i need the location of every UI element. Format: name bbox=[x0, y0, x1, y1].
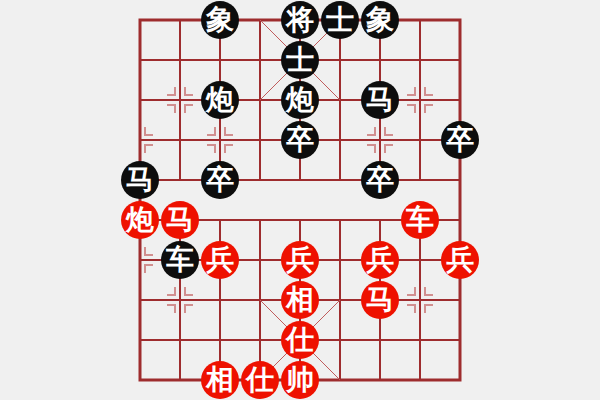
piece-red-chariot[interactable]: 车 bbox=[401, 201, 439, 239]
piece-black-elephant[interactable]: 象 bbox=[361, 1, 399, 39]
piece-black-soldier[interactable]: 卒 bbox=[281, 121, 319, 159]
piece-red-soldier[interactable]: 兵 bbox=[441, 241, 479, 279]
piece-red-cannon[interactable]: 炮 bbox=[121, 201, 159, 239]
piece-black-soldier[interactable]: 卒 bbox=[441, 121, 479, 159]
piece-black-horse[interactable]: 马 bbox=[361, 81, 399, 119]
piece-red-soldier[interactable]: 兵 bbox=[281, 241, 319, 279]
piece-black-chariot[interactable]: 车 bbox=[161, 241, 199, 279]
xiangqi-board: 象将士象士炮炮马卒卒马卒卒炮马车车兵兵兵兵相马仕相仕帅 bbox=[0, 0, 600, 400]
piece-black-advisor[interactable]: 士 bbox=[321, 1, 359, 39]
piece-black-soldier[interactable]: 卒 bbox=[361, 161, 399, 199]
piece-black-general[interactable]: 将 bbox=[281, 1, 319, 39]
piece-red-elephant[interactable]: 相 bbox=[281, 281, 319, 319]
piece-red-soldier[interactable]: 兵 bbox=[361, 241, 399, 279]
piece-red-horse[interactable]: 马 bbox=[361, 281, 399, 319]
piece-black-horse[interactable]: 马 bbox=[121, 161, 159, 199]
piece-black-cannon[interactable]: 炮 bbox=[201, 81, 239, 119]
piece-red-soldier[interactable]: 兵 bbox=[201, 241, 239, 279]
piece-black-elephant[interactable]: 象 bbox=[201, 1, 239, 39]
piece-red-elephant[interactable]: 相 bbox=[201, 361, 239, 399]
piece-red-general[interactable]: 帅 bbox=[281, 361, 319, 399]
piece-red-advisor[interactable]: 仕 bbox=[281, 321, 319, 359]
piece-black-soldier[interactable]: 卒 bbox=[201, 161, 239, 199]
piece-red-advisor[interactable]: 仕 bbox=[241, 361, 279, 399]
piece-black-cannon[interactable]: 炮 bbox=[281, 81, 319, 119]
piece-black-advisor[interactable]: 士 bbox=[281, 41, 319, 79]
pieces-layer: 象将士象士炮炮马卒卒马卒卒炮马车车兵兵兵兵相马仕相仕帅 bbox=[120, 0, 480, 400]
piece-red-horse[interactable]: 马 bbox=[161, 201, 199, 239]
